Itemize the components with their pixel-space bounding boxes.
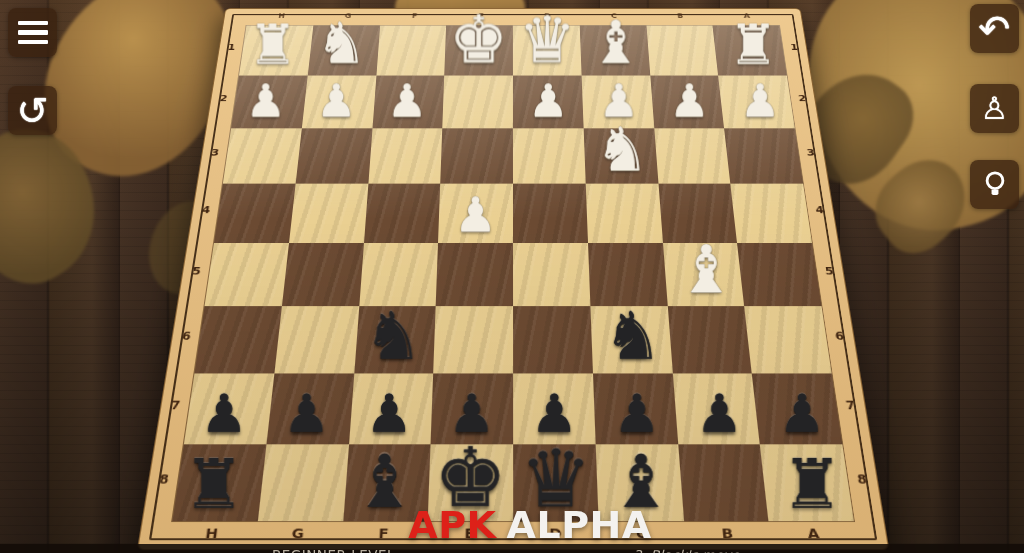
rank-label-left-4: 4 — [196, 205, 217, 214]
square-a1[interactable] — [713, 26, 787, 76]
rank-label-left-3: 3 — [205, 148, 225, 157]
square-g1[interactable] — [308, 26, 380, 76]
square-g2[interactable] — [302, 75, 376, 128]
status-bar: BEGINNER LEVEL 3. Black's move — [0, 544, 1024, 553]
file-label-top-F: F — [405, 13, 423, 19]
file-label-top-E: E — [472, 13, 490, 19]
square-h3[interactable] — [223, 128, 302, 184]
square-f4[interactable] — [364, 184, 441, 243]
rotate-board-button[interactable]: ↺ — [8, 86, 57, 135]
square-g3[interactable] — [295, 128, 372, 184]
turn-indicator: 3. Black's move — [633, 547, 739, 553]
file-label-top-B: B — [671, 13, 689, 19]
board-viewport: 1122334455667788HHGGFFEEDDCCBBAA ♜♞♚♛♝♜♟… — [0, 0, 1024, 553]
undo-move-icon: ↶ — [979, 10, 1011, 48]
rank-label-right-2: 2 — [792, 94, 812, 102]
bishop-glyph: ♝ — [677, 239, 736, 302]
piece-black-pawn-h7[interactable]: ♟ — [183, 363, 266, 446]
chess-board: 1122334455667788HHGGFFEEDDCCBBAA ♜♞♚♛♝♜♟… — [137, 8, 890, 550]
rank-label-right-4: 4 — [809, 205, 830, 214]
piece-black-pawn-c7[interactable]: ♟ — [596, 363, 679, 446]
piece-black-knight-c6[interactable]: ♞ — [593, 294, 673, 374]
piece-black-pawn-f7[interactable]: ♟ — [348, 363, 431, 446]
square-h2[interactable] — [231, 75, 307, 128]
square-h4[interactable] — [214, 184, 295, 243]
file-label-top-G: G — [339, 13, 357, 19]
piece-black-knight-f6[interactable]: ♞ — [353, 294, 433, 374]
square-b1[interactable] — [646, 26, 718, 76]
rank-label-left-1: 1 — [222, 43, 241, 51]
square-g4[interactable] — [289, 184, 368, 243]
file-label-top-C: C — [605, 13, 623, 19]
square-e4[interactable] — [438, 184, 513, 243]
square-b2[interactable] — [650, 75, 724, 128]
menu-icon — [18, 21, 48, 45]
square-d4[interactable] — [513, 184, 588, 243]
square-d1[interactable] — [513, 26, 581, 76]
square-a2[interactable] — [718, 75, 794, 128]
hint-bulb-icon — [980, 169, 1010, 201]
square-d2[interactable] — [513, 75, 583, 128]
watermark-apk: APK — [408, 503, 496, 547]
square-c3[interactable] — [583, 128, 658, 184]
pawn-glyph: ♟ — [778, 390, 825, 440]
pawn-glyph: ♟ — [366, 390, 413, 440]
file-label-top-H: H — [272, 13, 290, 19]
menu-button[interactable] — [8, 8, 57, 57]
square-c1[interactable] — [579, 26, 649, 76]
level-label: BEGINNER LEVEL — [272, 547, 395, 553]
hint-button[interactable] — [970, 160, 1019, 209]
square-d3[interactable] — [513, 128, 586, 184]
square-f2[interactable] — [372, 75, 444, 128]
square-h1[interactable] — [239, 26, 313, 76]
pawn-button[interactable]: ♙ — [970, 84, 1019, 133]
square-e3[interactable] — [440, 128, 513, 184]
knight-glyph: ♞ — [603, 306, 662, 369]
piece-white-bishop-b5[interactable]: ♝ — [668, 229, 745, 306]
pawn-glyph: ♟ — [613, 390, 660, 440]
pawn-promotion-icon: ♙ — [981, 93, 1009, 124]
square-c4[interactable] — [585, 184, 662, 243]
piece-black-pawn-b7[interactable]: ♟ — [678, 363, 761, 446]
square-b3[interactable] — [654, 128, 731, 184]
square-f3[interactable] — [368, 128, 443, 184]
watermark: APKALPHA — [0, 503, 1024, 547]
square-a3[interactable] — [724, 128, 803, 184]
pawn-glyph: ♟ — [200, 390, 247, 440]
pawn-glyph: ♟ — [696, 390, 743, 440]
undo-move-button[interactable]: ↶ — [970, 4, 1019, 53]
square-e1[interactable] — [444, 26, 512, 76]
watermark-alpha: ALPHA — [507, 503, 652, 547]
knight-glyph: ♞ — [364, 306, 423, 369]
rotate-board-icon: ↺ — [17, 92, 49, 130]
square-e2[interactable] — [443, 75, 513, 128]
rank-label-left-2: 2 — [214, 94, 234, 102]
file-label-top-A: A — [738, 13, 756, 19]
pawn-glyph: ♟ — [283, 390, 330, 440]
piece-black-pawn-a7[interactable]: ♟ — [761, 363, 844, 446]
rank-label-right-1: 1 — [785, 43, 804, 51]
file-label-top-D: D — [539, 13, 557, 19]
square-f1[interactable] — [376, 26, 446, 76]
rank-label-right-3: 3 — [801, 148, 821, 157]
square-c2[interactable] — [581, 75, 653, 128]
piece-black-pawn-g7[interactable]: ♟ — [265, 363, 348, 446]
